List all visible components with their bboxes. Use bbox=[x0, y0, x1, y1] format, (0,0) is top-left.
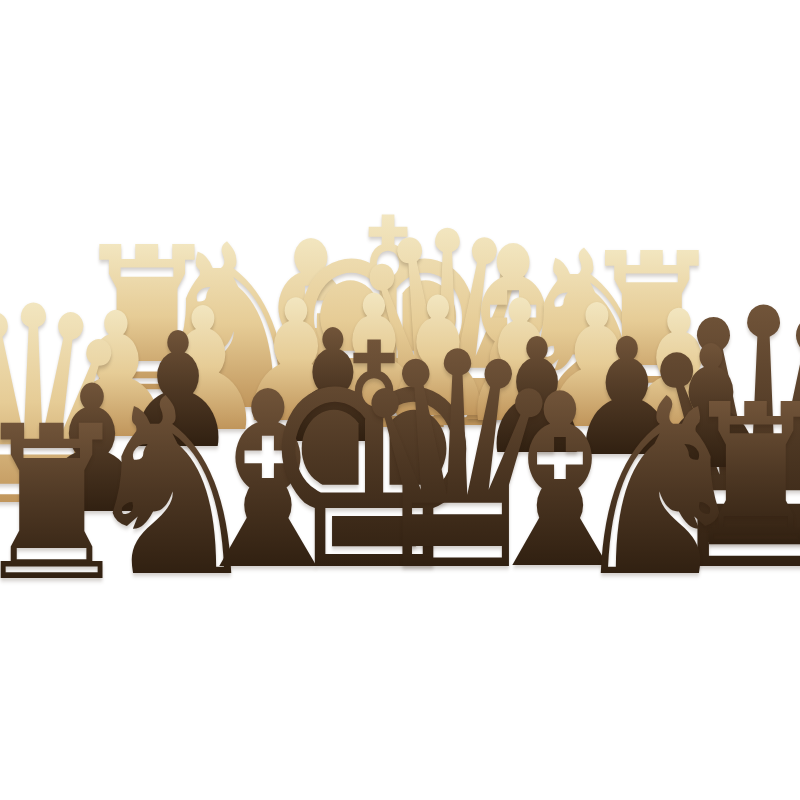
chess-set-photo: ♜♞♝♚♛♝♞♜♟♟♟♟♟♟♟♟♛♛♟♟♟♟♟♟♜♞♝♚♛♝♞♜ bbox=[0, 0, 800, 800]
dark-rook-2: ♜ bbox=[681, 378, 800, 574]
